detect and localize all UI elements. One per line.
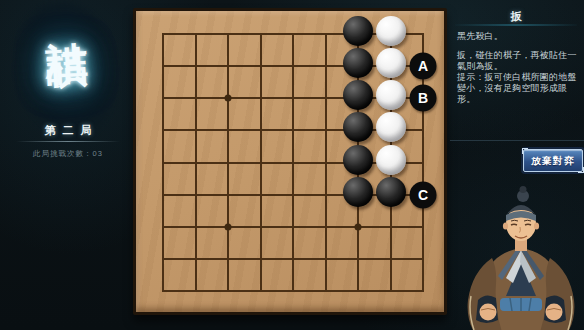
white-stone: [376, 112, 406, 142]
puzzle-instructions: 黑先殺白。 扳，碰住的棋子，再被貼住一氣則為扳。 提示：扳可使白棋所圍的地盤變小…: [457, 31, 581, 105]
black-stone: [343, 80, 373, 110]
black-stone: [343, 145, 373, 175]
white-stone: [376, 80, 406, 110]
go-board[interactable]: ABC: [133, 8, 447, 315]
star-point: [355, 223, 362, 230]
game-title-calligraphy: 詰棋: [43, 7, 91, 127]
attempts-label: 此局挑戰次數：: [33, 149, 93, 158]
technique-definition: 扳，碰住的棋子，再被貼住一氣則為扳。: [457, 50, 581, 72]
round-label: 第二局: [0, 123, 136, 138]
star-point: [225, 95, 232, 102]
grid-line-horizontal: [162, 290, 424, 292]
puzzle-hint: 提示：扳可使白棋所圍的地盤變小，沒有足夠空間形成眼形。: [457, 72, 581, 105]
black-stone: [343, 112, 373, 142]
black-stone: [376, 177, 406, 207]
panel-divider: [450, 140, 584, 141]
white-stone: [376, 16, 406, 46]
attempts-value: 03: [93, 149, 103, 158]
black-stone: [343, 16, 373, 46]
grid-line-horizontal: [162, 226, 424, 228]
grid-line-horizontal: [162, 258, 424, 260]
attempts-counter: 此局挑戰次數：03: [0, 149, 136, 159]
black-stone: [343, 48, 373, 78]
white-stone: [376, 145, 406, 175]
character-portrait: [458, 180, 584, 330]
title-divider: [455, 24, 577, 26]
choice-marker-c[interactable]: C: [410, 181, 437, 208]
game-screen: 詰棋 第二局 此局挑戰次數：03 ABC 扳 黑先殺白。 扳，碰住的棋子，再被貼…: [0, 0, 584, 330]
star-point: [225, 223, 232, 230]
left-panel-divider: [16, 141, 120, 142]
give-up-button[interactable]: 放棄對弈: [523, 149, 583, 172]
puzzle-technique-title: 扳: [450, 9, 584, 24]
puzzle-goal: 黑先殺白。: [457, 31, 581, 42]
black-stone: [343, 177, 373, 207]
choice-marker-b[interactable]: B: [410, 85, 437, 112]
go-board-grid[interactable]: ABC: [163, 34, 423, 291]
grid-line-vertical: [325, 33, 327, 292]
choice-marker-a[interactable]: A: [410, 53, 437, 80]
white-stone: [376, 48, 406, 78]
